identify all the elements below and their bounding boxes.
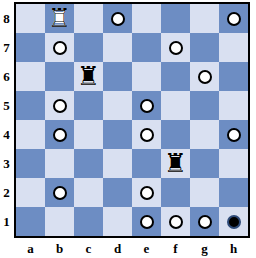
square-e8[interactable] <box>132 4 161 33</box>
square-g6[interactable] <box>190 62 219 91</box>
square-d5[interactable] <box>103 91 132 120</box>
file-label-g: g <box>190 241 219 257</box>
white-circle-marker-g6[interactable] <box>198 70 212 84</box>
square-b5[interactable] <box>45 91 74 120</box>
white-circle-marker-f7[interactable] <box>169 41 183 55</box>
chess-diagram: 87654321 ♜♖♜♜ abcdefgh <box>0 0 256 258</box>
file-label-c: c <box>74 241 103 257</box>
file-label-d: d <box>103 241 132 257</box>
white-circle-marker-b7[interactable] <box>53 41 67 55</box>
square-e7[interactable] <box>132 33 161 62</box>
white-circle-marker-g1[interactable] <box>198 215 212 229</box>
white-circle-marker-h4[interactable] <box>227 128 241 142</box>
square-a3[interactable] <box>16 149 45 178</box>
square-f6[interactable] <box>161 62 190 91</box>
square-e2[interactable] <box>132 178 161 207</box>
white-circle-marker-f1[interactable] <box>169 215 183 229</box>
square-h3[interactable] <box>219 149 248 178</box>
square-g5[interactable] <box>190 91 219 120</box>
square-c5[interactable] <box>74 91 103 120</box>
square-e1[interactable] <box>132 207 161 236</box>
square-d6[interactable] <box>103 62 132 91</box>
square-b7[interactable] <box>45 33 74 62</box>
square-f7[interactable] <box>161 33 190 62</box>
white-circle-marker-e1[interactable] <box>140 215 154 229</box>
square-c4[interactable] <box>74 120 103 149</box>
black-rook-f3[interactable]: ♜ <box>161 149 190 178</box>
black-rook-c6[interactable]: ♜ <box>74 62 103 91</box>
rank-labels: 87654321 <box>0 4 13 236</box>
square-g3[interactable] <box>190 149 219 178</box>
white-circle-marker-b4[interactable] <box>53 128 67 142</box>
rank-label-8: 8 <box>0 4 13 33</box>
square-d2[interactable] <box>103 178 132 207</box>
square-a4[interactable] <box>16 120 45 149</box>
square-d7[interactable] <box>103 33 132 62</box>
square-b2[interactable] <box>45 178 74 207</box>
square-b6[interactable] <box>45 62 74 91</box>
square-h8[interactable] <box>219 4 248 33</box>
file-label-f: f <box>161 241 190 257</box>
white-circle-marker-e4[interactable] <box>140 128 154 142</box>
square-h5[interactable] <box>219 91 248 120</box>
rank-label-6: 6 <box>0 62 13 91</box>
square-c2[interactable] <box>74 178 103 207</box>
white-circle-marker-b2[interactable] <box>53 186 67 200</box>
square-c6[interactable]: ♜ <box>74 62 103 91</box>
white-circle-marker-d8[interactable] <box>111 12 125 26</box>
square-a2[interactable] <box>16 178 45 207</box>
square-a6[interactable] <box>16 62 45 91</box>
white-circle-marker-h8[interactable] <box>227 12 241 26</box>
square-c7[interactable] <box>74 33 103 62</box>
square-g2[interactable] <box>190 178 219 207</box>
file-label-b: b <box>45 241 74 257</box>
white-circle-marker-e5[interactable] <box>140 99 154 113</box>
rank-label-2: 2 <box>0 178 13 207</box>
square-a5[interactable] <box>16 91 45 120</box>
square-d4[interactable] <box>103 120 132 149</box>
square-h1[interactable] <box>219 207 248 236</box>
square-d1[interactable] <box>103 207 132 236</box>
square-c3[interactable] <box>74 149 103 178</box>
square-g8[interactable] <box>190 4 219 33</box>
square-e4[interactable] <box>132 120 161 149</box>
square-b4[interactable] <box>45 120 74 149</box>
white-circle-marker-b5[interactable] <box>53 99 67 113</box>
square-d8[interactable] <box>103 4 132 33</box>
square-d3[interactable] <box>103 149 132 178</box>
square-h7[interactable] <box>219 33 248 62</box>
square-b8[interactable]: ♜♖ <box>45 4 74 33</box>
file-label-h: h <box>219 241 248 257</box>
square-c1[interactable] <box>74 207 103 236</box>
square-f4[interactable] <box>161 120 190 149</box>
square-a7[interactable] <box>16 33 45 62</box>
square-h4[interactable] <box>219 120 248 149</box>
rank-label-5: 5 <box>0 91 13 120</box>
square-a8[interactable] <box>16 4 45 33</box>
square-h2[interactable] <box>219 178 248 207</box>
square-f3[interactable]: ♜ <box>161 149 190 178</box>
square-a1[interactable] <box>16 207 45 236</box>
square-g7[interactable] <box>190 33 219 62</box>
black-circle-marker-h1[interactable] <box>227 215 241 229</box>
square-h6[interactable] <box>219 62 248 91</box>
square-e6[interactable] <box>132 62 161 91</box>
white-rook-b8[interactable]: ♜♖ <box>45 4 74 33</box>
rank-label-7: 7 <box>0 33 13 62</box>
square-f2[interactable] <box>161 178 190 207</box>
rank-label-3: 3 <box>0 149 13 178</box>
square-b1[interactable] <box>45 207 74 236</box>
file-labels: abcdefgh <box>16 241 248 257</box>
square-e3[interactable] <box>132 149 161 178</box>
square-e5[interactable] <box>132 91 161 120</box>
square-g1[interactable] <box>190 207 219 236</box>
square-b3[interactable] <box>45 149 74 178</box>
rank-label-4: 4 <box>0 120 13 149</box>
file-label-a: a <box>16 241 45 257</box>
rank-label-1: 1 <box>0 207 13 236</box>
square-g4[interactable] <box>190 120 219 149</box>
square-f8[interactable] <box>161 4 190 33</box>
chess-board: ♜♖♜♜ <box>14 2 250 238</box>
square-c8[interactable] <box>74 4 103 33</box>
file-label-e: e <box>132 241 161 257</box>
square-f5[interactable] <box>161 91 190 120</box>
white-circle-marker-e2[interactable] <box>140 186 154 200</box>
square-f1[interactable] <box>161 207 190 236</box>
